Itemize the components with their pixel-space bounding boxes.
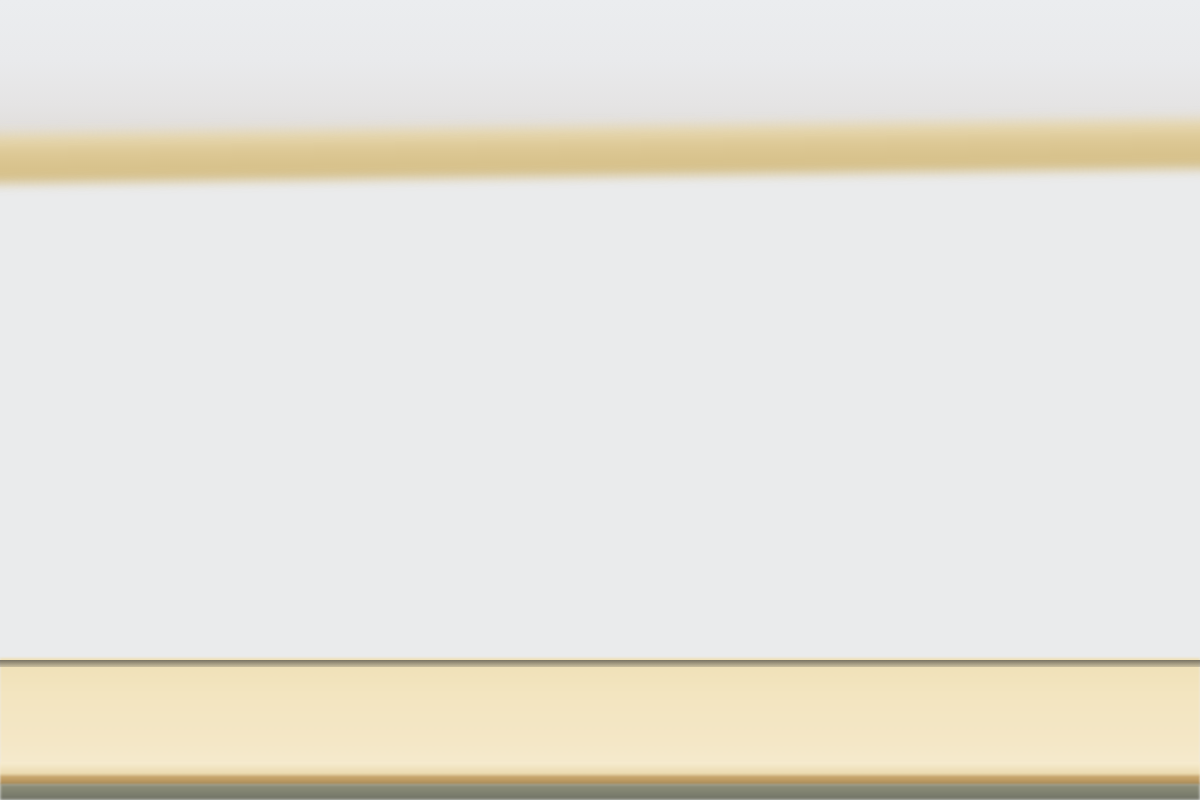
- table-edge: [0, 784, 1200, 800]
- checkers-board-photo: [0, 0, 1200, 800]
- frame-front-lip: [0, 762, 1200, 776]
- board-near-frame: [0, 658, 1200, 800]
- frame-letter-band: [0, 658, 1200, 775]
- frame-top-line: [0, 660, 1200, 667]
